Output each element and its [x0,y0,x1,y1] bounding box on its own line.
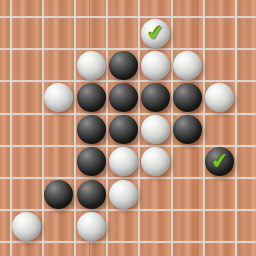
grid-line-horizontal [0,209,256,211]
stone-black [109,83,138,112]
stone-black [44,180,73,209]
checkmark-icon: ✔ [146,22,166,45]
stone-black [77,115,106,144]
grid-line-vertical [106,0,108,256]
grid-line-vertical [235,0,237,256]
grid-line-vertical [74,0,76,256]
grid-line-vertical [203,0,205,256]
stone-white [109,180,138,209]
grid-line-vertical [42,0,44,256]
grid-line-horizontal [0,16,256,18]
grid-line-vertical [138,0,140,256]
stone-white [77,51,106,80]
stone-white [12,212,41,241]
stone-black [173,83,202,112]
stone-white [109,147,138,176]
stone-white [77,212,106,241]
stone-black [109,115,138,144]
stone-black [77,180,106,209]
stone-black [109,51,138,80]
grid-line-horizontal [0,241,256,243]
grid-line-horizontal [0,113,256,115]
stone-black [77,147,106,176]
stone-black [141,83,170,112]
stone-white [141,51,170,80]
grid-line-horizontal [0,48,256,50]
grid-line-horizontal [0,177,256,179]
stone-white [141,115,170,144]
checkmark-icon: ✔ [210,151,230,174]
grid-line-vertical [10,0,12,256]
stone-white-last-move: ✔ [141,19,170,48]
stone-black [77,83,106,112]
gomoku-board[interactable]: ✔✔ [0,0,256,256]
stone-white [173,51,202,80]
